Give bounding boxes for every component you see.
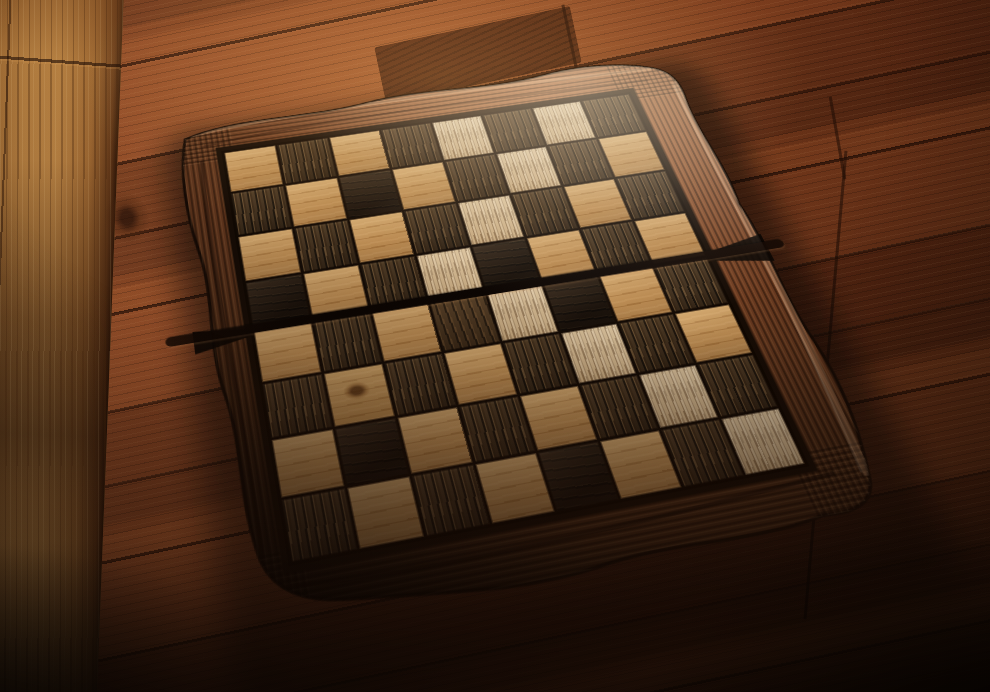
square-c6[interactable]	[349, 212, 414, 263]
square-b7[interactable]	[285, 178, 347, 227]
square-b2[interactable]	[335, 418, 409, 486]
square-a1[interactable]	[282, 488, 358, 562]
square-b1[interactable]	[347, 476, 424, 549]
square-b8[interactable]	[277, 138, 337, 184]
square-a8[interactable]	[224, 145, 283, 192]
square-c8[interactable]	[329, 130, 390, 176]
square-b6[interactable]	[294, 220, 358, 272]
square-c7[interactable]	[339, 170, 402, 218]
square-a6[interactable]	[238, 229, 301, 282]
scene	[0, 0, 990, 692]
square-a3[interactable]	[263, 374, 333, 438]
square-a2[interactable]	[272, 429, 345, 498]
square-a7[interactable]	[231, 186, 292, 236]
square-a4[interactable]	[254, 322, 321, 382]
square-c3[interactable]	[384, 354, 456, 416]
square-d8[interactable]	[381, 123, 442, 168]
square-b3[interactable]	[324, 364, 395, 427]
